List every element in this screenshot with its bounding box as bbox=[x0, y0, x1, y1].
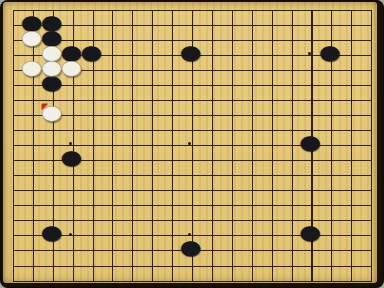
black-stone-glyph: ● bbox=[61, 152, 81, 164]
black-stone-glyph: ● bbox=[299, 137, 319, 149]
last-move-marker-icon: ◤ bbox=[42, 103, 48, 111]
black-stone: ● bbox=[299, 226, 319, 241]
white-stone-glyph: ● bbox=[61, 62, 81, 74]
white-stone: ● bbox=[21, 31, 41, 46]
white-stone: ●◤ bbox=[41, 106, 61, 121]
white-stone-glyph: ● bbox=[21, 62, 41, 74]
black-stone: ● bbox=[80, 46, 100, 61]
black-stone: ● bbox=[299, 136, 319, 151]
black-stone-glyph: ● bbox=[41, 227, 61, 239]
black-stone: ● bbox=[180, 46, 200, 61]
black-stone: ● bbox=[61, 151, 81, 166]
white-stone-glyph: ● bbox=[41, 62, 61, 74]
white-stone: ● bbox=[41, 61, 61, 76]
black-stone-glyph: ● bbox=[180, 47, 200, 59]
go-board-grid[interactable]: ●●●●●●●●●●●●●●●●●●●◤ bbox=[1, 1, 379, 287]
black-stone: ● bbox=[180, 241, 200, 256]
black-stone-glyph: ● bbox=[80, 47, 100, 59]
black-stone: ● bbox=[319, 46, 339, 61]
black-stone-glyph: ● bbox=[180, 242, 200, 254]
white-stone: ● bbox=[21, 61, 41, 76]
white-stone: ● bbox=[61, 61, 81, 76]
black-stone-glyph: ● bbox=[319, 47, 339, 59]
go-client-window: ●●●●●●●●●●●●●●●●●●●◤ bbox=[0, 0, 384, 288]
black-stone-glyph: ● bbox=[299, 227, 319, 239]
white-stone-glyph: ● bbox=[21, 32, 41, 44]
black-stone: ● bbox=[41, 226, 61, 241]
